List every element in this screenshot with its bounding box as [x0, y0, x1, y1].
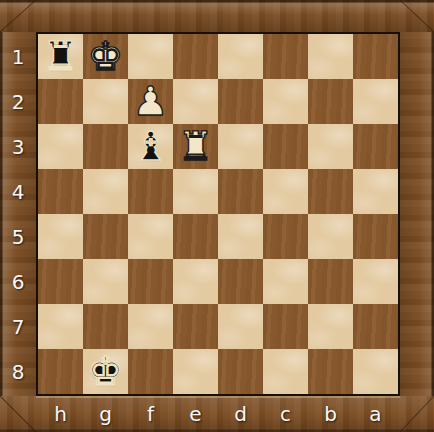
square-h6[interactable] [38, 259, 83, 304]
square-f6[interactable] [128, 259, 173, 304]
square-e1[interactable] [173, 34, 218, 79]
square-a6[interactable] [353, 259, 398, 304]
square-d1[interactable] [218, 34, 263, 79]
black-bishop-f3[interactable]: ♝ [133, 124, 169, 169]
rank-label-6: 6 [0, 259, 36, 304]
square-c2[interactable] [263, 79, 308, 124]
square-d5[interactable] [218, 214, 263, 259]
square-b1[interactable] [308, 34, 353, 79]
square-e4[interactable] [173, 169, 218, 214]
rank-label-7: 7 [0, 304, 36, 349]
square-d7[interactable] [218, 304, 263, 349]
square-f7[interactable] [128, 304, 173, 349]
square-h2[interactable] [38, 79, 83, 124]
board-frame-top [0, 0, 434, 32]
square-a7[interactable] [353, 304, 398, 349]
square-c4[interactable] [263, 169, 308, 214]
square-g8[interactable]: ♚ [83, 349, 128, 394]
square-f4[interactable] [128, 169, 173, 214]
rank-label-1: 1 [0, 34, 36, 79]
square-a8[interactable] [353, 349, 398, 394]
rank-label-8: 8 [0, 349, 36, 394]
square-c7[interactable] [263, 304, 308, 349]
square-b7[interactable] [308, 304, 353, 349]
file-labels: hgfedcba [38, 398, 398, 430]
square-b5[interactable] [308, 214, 353, 259]
rank-labels: 12345678 [0, 34, 36, 394]
square-b6[interactable] [308, 259, 353, 304]
square-g5[interactable] [83, 214, 128, 259]
square-a3[interactable] [353, 124, 398, 169]
square-g6[interactable] [83, 259, 128, 304]
square-h8[interactable] [38, 349, 83, 394]
square-g1[interactable]: ♚ [83, 34, 128, 79]
square-c5[interactable] [263, 214, 308, 259]
square-h5[interactable] [38, 214, 83, 259]
file-label-f: f [128, 398, 173, 430]
black-rook-h1[interactable]: ♜ [43, 34, 79, 79]
file-label-e: e [173, 398, 218, 430]
square-h7[interactable] [38, 304, 83, 349]
file-label-h: h [38, 398, 83, 430]
square-b2[interactable] [308, 79, 353, 124]
square-e2[interactable] [173, 79, 218, 124]
square-b4[interactable] [308, 169, 353, 214]
square-a2[interactable] [353, 79, 398, 124]
file-label-g: g [83, 398, 128, 430]
square-e6[interactable] [173, 259, 218, 304]
square-g4[interactable] [83, 169, 128, 214]
square-h3[interactable] [38, 124, 83, 169]
white-rook-e3[interactable]: ♜ [178, 124, 214, 169]
rank-label-5: 5 [0, 214, 36, 259]
square-a4[interactable] [353, 169, 398, 214]
square-c1[interactable] [263, 34, 308, 79]
rank-label-4: 4 [0, 169, 36, 214]
square-c6[interactable] [263, 259, 308, 304]
square-g3[interactable] [83, 124, 128, 169]
square-d4[interactable] [218, 169, 263, 214]
square-f3[interactable]: ♝ [128, 124, 173, 169]
file-label-d: d [218, 398, 263, 430]
square-c3[interactable] [263, 124, 308, 169]
file-label-b: b [308, 398, 353, 430]
white-pawn-f2[interactable]: ♟ [133, 79, 169, 124]
square-e5[interactable] [173, 214, 218, 259]
square-c8[interactable] [263, 349, 308, 394]
square-f5[interactable] [128, 214, 173, 259]
square-f1[interactable] [128, 34, 173, 79]
square-g2[interactable] [83, 79, 128, 124]
rank-label-3: 3 [0, 124, 36, 169]
white-king-g1[interactable]: ♚ [88, 34, 124, 79]
file-label-c: c [263, 398, 308, 430]
file-label-a: a [353, 398, 398, 430]
square-a5[interactable] [353, 214, 398, 259]
square-g7[interactable] [83, 304, 128, 349]
square-f8[interactable] [128, 349, 173, 394]
square-f2[interactable]: ♟ [128, 79, 173, 124]
square-a1[interactable] [353, 34, 398, 79]
square-d8[interactable] [218, 349, 263, 394]
square-e7[interactable] [173, 304, 218, 349]
square-e8[interactable] [173, 349, 218, 394]
black-king-g8[interactable]: ♚ [88, 349, 124, 394]
square-h4[interactable] [38, 169, 83, 214]
square-e3[interactable]: ♜ [173, 124, 218, 169]
board-grid: ♜♚♟♝♜♚ [36, 32, 400, 396]
board-frame-right [400, 32, 434, 396]
rank-label-2: 2 [0, 79, 36, 124]
chessboard: ♜♚♟♝♜♚ 12345678 hgfedcba [0, 0, 434, 432]
square-b8[interactable] [308, 349, 353, 394]
square-b3[interactable] [308, 124, 353, 169]
square-d6[interactable] [218, 259, 263, 304]
square-d2[interactable] [218, 79, 263, 124]
square-h1[interactable]: ♜ [38, 34, 83, 79]
square-d3[interactable] [218, 124, 263, 169]
